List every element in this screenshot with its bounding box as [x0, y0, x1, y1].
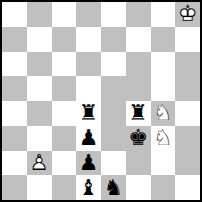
square-c1[interactable]	[52, 175, 77, 200]
piece-black-bishop[interactable]: ♝	[76, 175, 101, 200]
square-g5[interactable]	[151, 76, 176, 101]
square-d7[interactable]	[76, 27, 101, 52]
square-f8[interactable]	[126, 2, 151, 27]
square-e1[interactable]: ♞	[101, 175, 126, 200]
square-c3[interactable]	[52, 126, 77, 151]
square-g7[interactable]	[151, 27, 176, 52]
square-e7[interactable]	[101, 27, 126, 52]
square-d4[interactable]: ♜	[76, 101, 101, 126]
square-b8[interactable]	[27, 2, 52, 27]
square-a4[interactable]	[2, 101, 27, 126]
chess-board: ♚♔♜♜♞♘♟♚♞♘♟♙♟♝♞	[0, 0, 202, 202]
square-b1[interactable]	[27, 175, 52, 200]
square-f1[interactable]	[126, 175, 151, 200]
square-h2[interactable]	[175, 151, 200, 176]
piece-white-knight[interactable]: ♘	[151, 126, 176, 151]
square-f6[interactable]	[126, 52, 151, 77]
square-d1[interactable]: ♝	[76, 175, 101, 200]
piece-black-rook[interactable]: ♜	[126, 101, 151, 126]
piece-white-pawn[interactable]: ♙	[27, 151, 52, 176]
square-b4[interactable]	[27, 101, 52, 126]
square-g8[interactable]	[151, 2, 176, 27]
piece-black-king[interactable]: ♚	[126, 126, 151, 151]
square-g1[interactable]	[151, 175, 176, 200]
square-d6[interactable]	[76, 52, 101, 77]
square-f7[interactable]	[126, 27, 151, 52]
square-b2[interactable]: ♟♙	[27, 151, 52, 176]
square-b5[interactable]	[27, 76, 52, 101]
square-h7[interactable]	[175, 27, 200, 52]
square-d3[interactable]: ♟	[76, 126, 101, 151]
piece-white-king[interactable]: ♔	[175, 2, 200, 27]
square-h5[interactable]	[175, 76, 200, 101]
square-a3[interactable]	[2, 126, 27, 151]
square-c2[interactable]	[52, 151, 77, 176]
square-g6[interactable]	[151, 52, 176, 77]
square-f4[interactable]: ♜	[126, 101, 151, 126]
square-e6[interactable]	[101, 52, 126, 77]
square-a1[interactable]	[2, 175, 27, 200]
square-d5[interactable]	[76, 76, 101, 101]
square-b7[interactable]	[27, 27, 52, 52]
square-d8[interactable]	[76, 2, 101, 27]
square-g4[interactable]: ♞♘	[151, 101, 176, 126]
square-b6[interactable]	[27, 52, 52, 77]
piece-black-pawn[interactable]: ♟	[76, 126, 101, 151]
square-h1[interactable]	[175, 175, 200, 200]
square-e8[interactable]	[101, 2, 126, 27]
square-g2[interactable]	[151, 151, 176, 176]
piece-black-rook[interactable]: ♜	[76, 101, 101, 126]
square-g3[interactable]: ♞♘	[151, 126, 176, 151]
piece-black-pawn[interactable]: ♟	[76, 151, 101, 176]
square-c5[interactable]	[52, 76, 77, 101]
square-a2[interactable]	[2, 151, 27, 176]
square-h8[interactable]: ♚♔	[175, 2, 200, 27]
square-c4[interactable]	[52, 101, 77, 126]
square-h3[interactable]	[175, 126, 200, 151]
square-d2[interactable]: ♟	[76, 151, 101, 176]
square-e5[interactable]	[101, 76, 126, 101]
square-f5[interactable]	[126, 76, 151, 101]
square-c7[interactable]	[52, 27, 77, 52]
square-e3[interactable]	[101, 126, 126, 151]
square-h4[interactable]	[175, 101, 200, 126]
piece-white-knight[interactable]: ♘	[151, 101, 176, 126]
square-f3[interactable]: ♚	[126, 126, 151, 151]
square-a7[interactable]	[2, 27, 27, 52]
square-a8[interactable]	[2, 2, 27, 27]
square-f2[interactable]	[126, 151, 151, 176]
square-c6[interactable]	[52, 52, 77, 77]
square-h6[interactable]	[175, 52, 200, 77]
square-e4[interactable]	[101, 101, 126, 126]
square-a5[interactable]	[2, 76, 27, 101]
square-e2[interactable]	[101, 151, 126, 176]
square-c8[interactable]	[52, 2, 77, 27]
piece-black-knight[interactable]: ♞	[101, 175, 126, 200]
square-a6[interactable]	[2, 52, 27, 77]
square-b3[interactable]	[27, 126, 52, 151]
